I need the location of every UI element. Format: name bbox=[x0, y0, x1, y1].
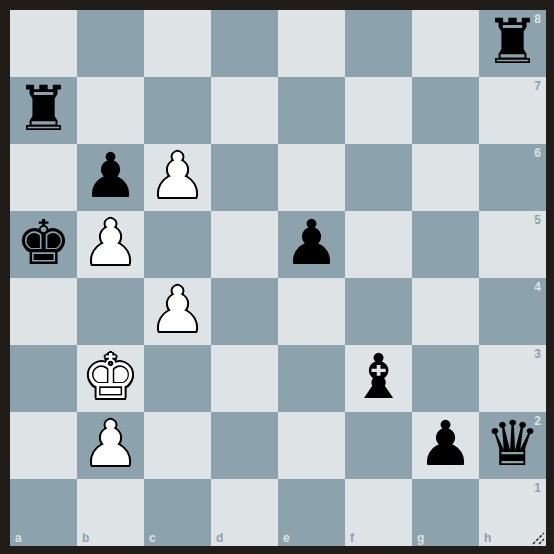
square-f2[interactable] bbox=[345, 412, 412, 479]
square-f6[interactable] bbox=[345, 144, 412, 211]
square-e4[interactable] bbox=[278, 278, 345, 345]
square-g1[interactable]: g bbox=[412, 479, 479, 546]
square-c7[interactable] bbox=[144, 77, 211, 144]
coord-file-e: e bbox=[283, 532, 290, 544]
white-pawn-icon[interactable]: ♟ bbox=[150, 279, 206, 341]
square-d6[interactable] bbox=[211, 144, 278, 211]
square-a3[interactable] bbox=[10, 345, 77, 412]
square-a2[interactable] bbox=[10, 412, 77, 479]
square-h5[interactable]: 5 bbox=[479, 211, 546, 278]
square-a4[interactable] bbox=[10, 278, 77, 345]
square-e1[interactable]: e bbox=[278, 479, 345, 546]
square-c1[interactable]: c bbox=[144, 479, 211, 546]
square-h2[interactable]: ♛2 bbox=[479, 412, 546, 479]
square-c3[interactable] bbox=[144, 345, 211, 412]
white-pawn-icon[interactable]: ♟ bbox=[83, 212, 139, 274]
white-king-icon[interactable]: ♚ bbox=[83, 346, 139, 408]
square-b7[interactable] bbox=[77, 77, 144, 144]
white-pawn-icon[interactable]: ♟ bbox=[150, 145, 206, 207]
square-g6[interactable] bbox=[412, 144, 479, 211]
square-e7[interactable] bbox=[278, 77, 345, 144]
square-b8[interactable] bbox=[77, 10, 144, 77]
board-resize-handle-icon[interactable] bbox=[532, 532, 545, 545]
square-b5[interactable]: ♟ bbox=[77, 211, 144, 278]
black-pawn-icon[interactable]: ♟ bbox=[83, 145, 139, 207]
square-a6[interactable] bbox=[10, 144, 77, 211]
square-a5[interactable]: ♚ bbox=[10, 211, 77, 278]
square-c8[interactable] bbox=[144, 10, 211, 77]
square-d5[interactable] bbox=[211, 211, 278, 278]
black-king-icon[interactable]: ♚ bbox=[16, 212, 72, 274]
square-f1[interactable]: f bbox=[345, 479, 412, 546]
coord-rank-2: 2 bbox=[534, 415, 541, 427]
square-a7[interactable]: ♜ bbox=[10, 77, 77, 144]
square-e5[interactable]: ♟ bbox=[278, 211, 345, 278]
square-h4[interactable]: 4 bbox=[479, 278, 546, 345]
square-d7[interactable] bbox=[211, 77, 278, 144]
square-g2[interactable]: ♟ bbox=[412, 412, 479, 479]
square-e6[interactable] bbox=[278, 144, 345, 211]
coord-file-a: a bbox=[15, 532, 22, 544]
square-h6[interactable]: 6 bbox=[479, 144, 546, 211]
square-d1[interactable]: d bbox=[211, 479, 278, 546]
square-f3[interactable]: ♝ bbox=[345, 345, 412, 412]
square-h8[interactable]: ♜8 bbox=[479, 10, 546, 77]
square-f8[interactable] bbox=[345, 10, 412, 77]
square-c6[interactable]: ♟ bbox=[144, 144, 211, 211]
square-a8[interactable] bbox=[10, 10, 77, 77]
square-b2[interactable]: ♟ bbox=[77, 412, 144, 479]
black-queen-icon[interactable]: ♛ bbox=[485, 413, 541, 475]
black-bishop-icon[interactable]: ♝ bbox=[351, 346, 407, 408]
coord-file-g: g bbox=[417, 532, 424, 544]
square-e2[interactable] bbox=[278, 412, 345, 479]
square-d4[interactable] bbox=[211, 278, 278, 345]
square-f4[interactable] bbox=[345, 278, 412, 345]
square-d3[interactable] bbox=[211, 345, 278, 412]
square-e3[interactable] bbox=[278, 345, 345, 412]
coord-rank-1: 1 bbox=[534, 482, 541, 494]
square-h7[interactable]: 7 bbox=[479, 77, 546, 144]
square-g5[interactable] bbox=[412, 211, 479, 278]
coord-rank-3: 3 bbox=[534, 348, 541, 360]
black-pawn-icon[interactable]: ♟ bbox=[284, 212, 340, 274]
black-rook-icon[interactable]: ♜ bbox=[485, 11, 541, 73]
coord-rank-5: 5 bbox=[534, 214, 541, 226]
coord-file-f: f bbox=[350, 532, 354, 544]
square-b6[interactable]: ♟ bbox=[77, 144, 144, 211]
square-g7[interactable] bbox=[412, 77, 479, 144]
square-a1[interactable]: a bbox=[10, 479, 77, 546]
square-c5[interactable] bbox=[144, 211, 211, 278]
square-e8[interactable] bbox=[278, 10, 345, 77]
square-c2[interactable] bbox=[144, 412, 211, 479]
square-c4[interactable]: ♟ bbox=[144, 278, 211, 345]
coord-rank-6: 6 bbox=[534, 147, 541, 159]
coord-rank-7: 7 bbox=[534, 80, 541, 92]
square-f7[interactable] bbox=[345, 77, 412, 144]
square-g3[interactable] bbox=[412, 345, 479, 412]
coord-file-d: d bbox=[216, 532, 223, 544]
black-pawn-icon[interactable]: ♟ bbox=[418, 413, 474, 475]
square-d8[interactable] bbox=[211, 10, 278, 77]
coord-rank-4: 4 bbox=[534, 281, 541, 293]
square-g8[interactable] bbox=[412, 10, 479, 77]
square-f5[interactable] bbox=[345, 211, 412, 278]
coord-file-h: h bbox=[484, 532, 491, 544]
square-b4[interactable] bbox=[77, 278, 144, 345]
square-d2[interactable] bbox=[211, 412, 278, 479]
chess-board: ♜8♜7♟♟6♚♟♟5♟4♚♝3♟♟♛2abcdefg1h bbox=[10, 10, 546, 546]
coord-rank-8: 8 bbox=[534, 13, 541, 25]
square-b3[interactable]: ♚ bbox=[77, 345, 144, 412]
coord-file-c: c bbox=[149, 532, 156, 544]
black-rook-icon[interactable]: ♜ bbox=[16, 78, 72, 140]
white-pawn-icon[interactable]: ♟ bbox=[83, 413, 139, 475]
chess-board-frame: ♜8♜7♟♟6♚♟♟5♟4♚♝3♟♟♛2abcdefg1h bbox=[0, 0, 554, 554]
square-g4[interactable] bbox=[412, 278, 479, 345]
square-b1[interactable]: b bbox=[77, 479, 144, 546]
coord-file-b: b bbox=[82, 532, 89, 544]
square-h3[interactable]: 3 bbox=[479, 345, 546, 412]
